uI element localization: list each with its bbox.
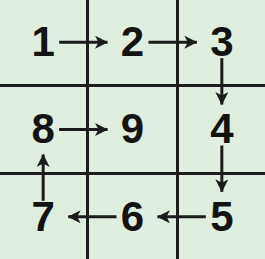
cell-r0c2: 3 [179, 0, 265, 84]
number-2: 2 [121, 21, 144, 63]
number-7: 7 [31, 196, 54, 238]
cell-r0c0: 1 [0, 0, 86, 84]
number-4: 4 [210, 108, 233, 150]
number-9: 9 [121, 108, 144, 150]
cell-r1c1: 9 [89, 87, 175, 171]
number-5: 5 [210, 196, 233, 238]
cell-r1c2: 4 [179, 87, 265, 171]
board-grid: 1 2 3 8 9 4 7 6 5 [0, 0, 265, 259]
cell-r2c1: 6 [89, 175, 175, 259]
number-8: 8 [31, 108, 54, 150]
number-6: 6 [121, 196, 144, 238]
number-1: 1 [31, 21, 54, 63]
cell-r1c0: 8 [0, 87, 86, 171]
spiral-grid-diagram: 1 2 3 8 9 4 7 6 5 [0, 0, 265, 259]
cell-r2c0: 7 [0, 175, 86, 259]
cell-r0c1: 2 [89, 0, 175, 84]
cell-r2c2: 5 [179, 175, 265, 259]
number-3: 3 [210, 21, 233, 63]
